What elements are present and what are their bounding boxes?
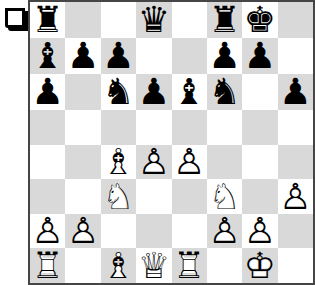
black-pawn-icon: ♟: [65, 38, 100, 74]
black-rook-icon: ♜: [30, 2, 65, 38]
square-a6[interactable]: ♟: [30, 74, 65, 110]
square-e4[interactable]: ♟♙: [172, 145, 207, 180]
square-e6[interactable]: ♝: [172, 74, 207, 110]
square-e5[interactable]: [172, 110, 207, 145]
square-g2[interactable]: ♟♙: [242, 214, 277, 249]
square-f8[interactable]: ♜: [207, 2, 242, 38]
white-pawn-icon: ♟♙: [136, 145, 171, 180]
white-rook-icon: ♜♖: [30, 248, 65, 283]
square-a8[interactable]: ♜: [30, 2, 65, 38]
white-knight-icon: ♞♘: [207, 179, 242, 214]
square-a5[interactable]: [30, 110, 65, 145]
square-f7[interactable]: ♟: [207, 38, 242, 74]
square-b3[interactable]: [65, 179, 100, 214]
square-h6[interactable]: ♟: [278, 74, 313, 110]
square-h1[interactable]: [278, 248, 313, 283]
square-b7[interactable]: ♟: [65, 38, 100, 74]
square-c6[interactable]: ♞: [101, 74, 136, 110]
square-c1[interactable]: ♝♗: [101, 248, 136, 283]
square-f2[interactable]: ♟♙: [207, 214, 242, 249]
white-pawn-icon: ♟♙: [65, 214, 100, 249]
black-pawn-icon: ♟: [30, 74, 65, 110]
square-d5[interactable]: [136, 110, 171, 145]
square-d8[interactable]: ♛: [136, 2, 171, 38]
square-e2[interactable]: [172, 214, 207, 249]
square-c5[interactable]: [101, 110, 136, 145]
square-h8[interactable]: [278, 2, 313, 38]
black-queen-icon: ♛: [136, 2, 171, 38]
square-h4[interactable]: [278, 145, 313, 180]
white-bishop-icon: ♝♗: [101, 248, 136, 283]
square-h7[interactable]: [278, 38, 313, 74]
square-d3[interactable]: [136, 179, 171, 214]
square-a7[interactable]: ♝: [30, 38, 65, 74]
white-pawn-icon: ♟♙: [30, 214, 65, 249]
square-c8[interactable]: [101, 2, 136, 38]
square-b2[interactable]: ♟♙: [65, 214, 100, 249]
square-c2[interactable]: [101, 214, 136, 249]
black-pawn-icon: ♟: [101, 38, 136, 74]
square-d7[interactable]: [136, 38, 171, 74]
square-a2[interactable]: ♟♙: [30, 214, 65, 249]
black-pawn-icon: ♟: [278, 74, 313, 110]
square-h2[interactable]: [278, 214, 313, 249]
square-f1[interactable]: [207, 248, 242, 283]
white-pawn-icon: ♟♙: [172, 145, 207, 180]
square-h3[interactable]: ♟♙: [278, 179, 313, 214]
square-g4[interactable]: [242, 145, 277, 180]
square-d6[interactable]: ♟: [136, 74, 171, 110]
square-b6[interactable]: [65, 74, 100, 110]
square-b5[interactable]: [65, 110, 100, 145]
square-f3[interactable]: ♞♘: [207, 179, 242, 214]
square-c3[interactable]: ♞♘: [101, 179, 136, 214]
square-b8[interactable]: [65, 2, 100, 38]
black-knight-icon: ♞: [207, 74, 242, 110]
square-c7[interactable]: ♟: [101, 38, 136, 74]
white-to-move-icon: [5, 8, 25, 28]
square-g7[interactable]: ♟: [242, 38, 277, 74]
square-g1[interactable]: ♚♔: [242, 248, 277, 283]
white-rook-icon: ♜♖: [172, 248, 207, 283]
square-e8[interactable]: [172, 2, 207, 38]
white-bishop-icon: ♝♗: [101, 145, 136, 180]
square-c4[interactable]: ♝♗: [101, 145, 136, 180]
square-d2[interactable]: [136, 214, 171, 249]
square-g5[interactable]: [242, 110, 277, 145]
square-d4[interactable]: ♟♙: [136, 145, 171, 180]
square-a3[interactable]: [30, 179, 65, 214]
white-pawn-icon: ♟♙: [278, 179, 313, 214]
square-f4[interactable]: [207, 145, 242, 180]
square-f5[interactable]: [207, 110, 242, 145]
black-bishop-icon: ♝: [172, 74, 207, 110]
square-a1[interactable]: ♜♖: [30, 248, 65, 283]
chess-diagram: ♜♛♜♚♝♟♟♟♟♟♞♟♝♞♟♝♗♟♙♟♙♞♘♞♘♟♙♟♙♟♙♟♙♟♙♜♖♝♗♛…: [0, 0, 315, 285]
square-g8[interactable]: ♚: [242, 2, 277, 38]
square-h5[interactable]: [278, 110, 313, 145]
black-pawn-icon: ♟: [207, 38, 242, 74]
white-queen-icon: ♛♕: [136, 248, 171, 283]
square-d1[interactable]: ♛♕: [136, 248, 171, 283]
square-e1[interactable]: ♜♖: [172, 248, 207, 283]
black-knight-icon: ♞: [101, 74, 136, 110]
white-king-icon: ♚♔: [242, 248, 277, 283]
square-f6[interactable]: ♞: [207, 74, 242, 110]
square-e7[interactable]: [172, 38, 207, 74]
square-e3[interactable]: [172, 179, 207, 214]
square-b1[interactable]: [65, 248, 100, 283]
black-king-icon: ♚: [242, 2, 277, 38]
chess-board: ♜♛♜♚♝♟♟♟♟♟♞♟♝♞♟♝♗♟♙♟♙♞♘♞♘♟♙♟♙♟♙♟♙♟♙♜♖♝♗♛…: [28, 0, 315, 285]
white-knight-icon: ♞♘: [101, 179, 136, 214]
white-pawn-icon: ♟♙: [207, 214, 242, 249]
black-rook-icon: ♜: [207, 2, 242, 38]
square-g3[interactable]: [242, 179, 277, 214]
black-bishop-icon: ♝: [30, 38, 65, 74]
square-b4[interactable]: [65, 145, 100, 180]
white-pawn-icon: ♟♙: [242, 214, 277, 249]
black-pawn-icon: ♟: [242, 38, 277, 74]
black-pawn-icon: ♟: [136, 74, 171, 110]
square-a4[interactable]: [30, 145, 65, 180]
square-g6[interactable]: [242, 74, 277, 110]
